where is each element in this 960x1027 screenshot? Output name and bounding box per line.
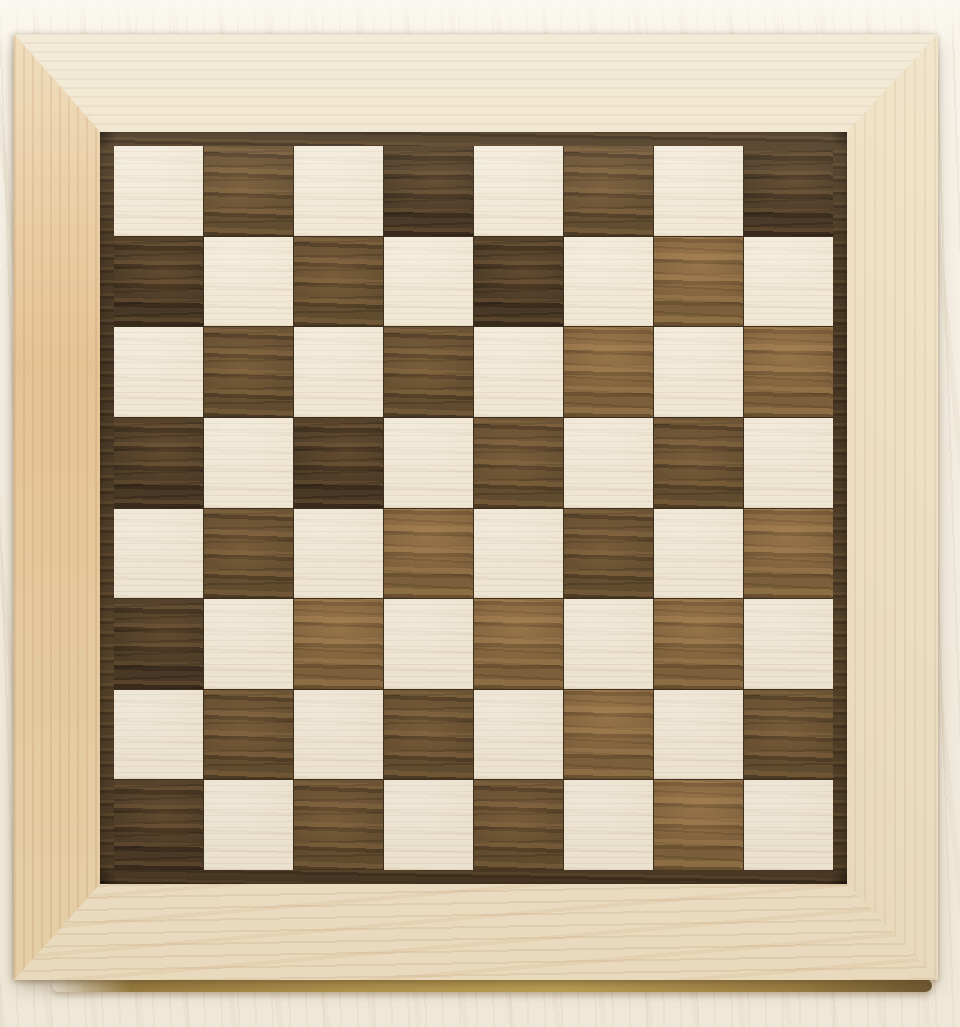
square-h8[interactable] [744,146,833,236]
square-e4[interactable] [474,509,563,599]
square-b4[interactable] [204,509,293,599]
square-f1[interactable] [564,780,653,870]
square-c6[interactable] [294,327,383,417]
square-c2[interactable] [294,690,383,780]
square-f8[interactable] [564,146,653,236]
square-b8[interactable] [204,146,293,236]
square-c8[interactable] [294,146,383,236]
square-a5[interactable] [114,418,203,508]
square-a3[interactable] [114,599,203,689]
square-c4[interactable] [294,509,383,599]
square-g7[interactable] [654,237,743,327]
square-f5[interactable] [564,418,653,508]
square-f7[interactable] [564,237,653,327]
square-g6[interactable] [654,327,743,417]
square-e6[interactable] [474,327,563,417]
square-c1[interactable] [294,780,383,870]
chess-board [14,34,938,980]
square-h3[interactable] [744,599,833,689]
walnut-inlay-border [100,132,847,884]
square-g5[interactable] [654,418,743,508]
square-e5[interactable] [474,418,563,508]
square-g3[interactable] [654,599,743,689]
square-d7[interactable] [384,237,473,327]
board-bottom-edge [52,979,932,992]
square-e3[interactable] [474,599,563,689]
square-b7[interactable] [204,237,293,327]
square-b1[interactable] [204,780,293,870]
square-e1[interactable] [474,780,563,870]
square-e7[interactable] [474,237,563,327]
square-d5[interactable] [384,418,473,508]
square-a4[interactable] [114,509,203,599]
playing-field [114,146,833,870]
square-g4[interactable] [654,509,743,599]
square-g1[interactable] [654,780,743,870]
square-b6[interactable] [204,327,293,417]
square-d2[interactable] [384,690,473,780]
square-a7[interactable] [114,237,203,327]
square-c3[interactable] [294,599,383,689]
square-d6[interactable] [384,327,473,417]
square-d1[interactable] [384,780,473,870]
square-d3[interactable] [384,599,473,689]
square-b5[interactable] [204,418,293,508]
square-g2[interactable] [654,690,743,780]
square-d8[interactable] [384,146,473,236]
square-a1[interactable] [114,780,203,870]
square-d4[interactable] [384,509,473,599]
square-e2[interactable] [474,690,563,780]
square-f2[interactable] [564,690,653,780]
square-c7[interactable] [294,237,383,327]
square-e8[interactable] [474,146,563,236]
square-f4[interactable] [564,509,653,599]
square-h1[interactable] [744,780,833,870]
square-b3[interactable] [204,599,293,689]
table-surface [0,0,960,1027]
square-a2[interactable] [114,690,203,780]
square-h6[interactable] [744,327,833,417]
square-a8[interactable] [114,146,203,236]
square-h4[interactable] [744,509,833,599]
square-a6[interactable] [114,327,203,417]
square-c5[interactable] [294,418,383,508]
square-f6[interactable] [564,327,653,417]
square-f3[interactable] [564,599,653,689]
square-g8[interactable] [654,146,743,236]
square-h2[interactable] [744,690,833,780]
square-h5[interactable] [744,418,833,508]
square-h7[interactable] [744,237,833,327]
square-b2[interactable] [204,690,293,780]
